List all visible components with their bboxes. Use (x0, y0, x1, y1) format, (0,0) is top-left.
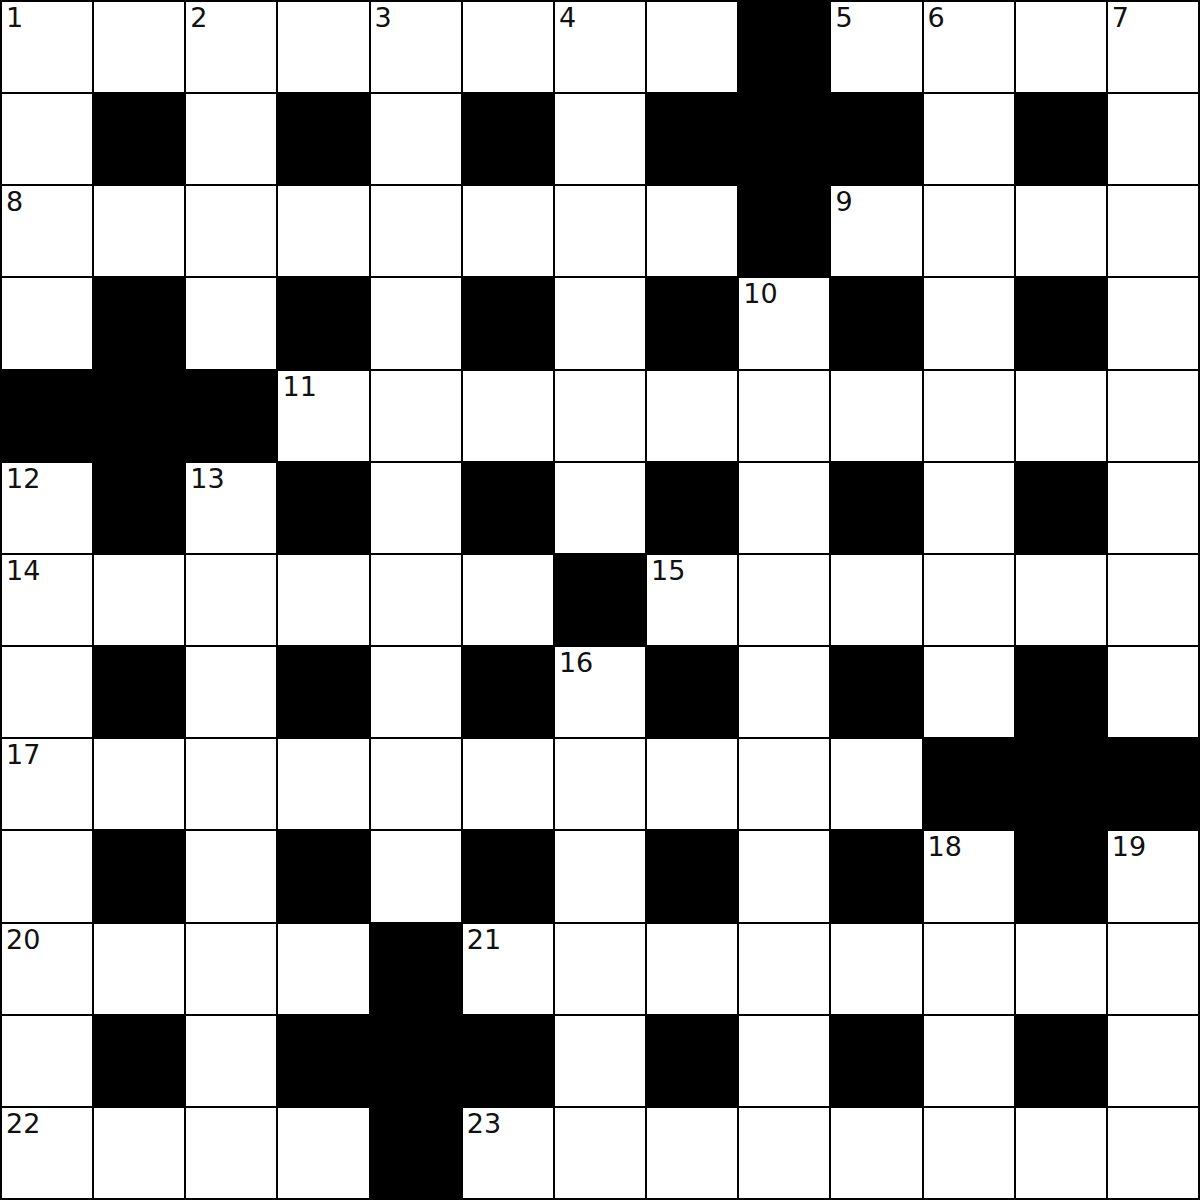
cell-r3c12[interactable] (1016, 186, 1106, 276)
block-cell-r6c8 (647, 463, 737, 553)
cell-r9c9[interactable] (739, 739, 829, 829)
block-cell-r8c4 (278, 647, 368, 737)
cell-r3c10[interactable]: 9 (831, 186, 921, 276)
clue-number-13: 13 (190, 463, 224, 494)
cell-r5c8[interactable] (647, 371, 737, 461)
cell-r8c7[interactable]: 16 (555, 647, 645, 737)
cell-r2c13[interactable] (1108, 94, 1198, 184)
clue-number-18: 18 (928, 831, 962, 862)
cell-r1c12[interactable] (1016, 2, 1106, 92)
clue-number-8: 8 (6, 186, 23, 217)
cell-r1c11[interactable]: 6 (924, 2, 1014, 92)
cell-r7c11[interactable] (924, 555, 1014, 645)
cell-r7c5[interactable] (371, 555, 461, 645)
block-cell-r8c6 (463, 647, 553, 737)
cell-r5c7[interactable] (555, 371, 645, 461)
cell-r13c2[interactable] (94, 1108, 184, 1198)
clue-number-10: 10 (743, 278, 777, 309)
block-cell-r4c2 (94, 278, 184, 368)
cell-r9c6[interactable] (463, 739, 553, 829)
block-cell-r6c6 (463, 463, 553, 553)
block-cell-r10c6 (463, 831, 553, 921)
block-cell-r7c7 (555, 555, 645, 645)
cell-r10c1[interactable] (2, 831, 92, 921)
cell-r2c5[interactable] (371, 94, 461, 184)
clue-number-3: 3 (375, 2, 392, 33)
crossword-board: 1234567891011121314151617181920212223 (0, 0, 1200, 1200)
cell-r7c3[interactable] (186, 555, 276, 645)
block-cell-r12c5 (371, 1016, 461, 1106)
cell-r6c11[interactable] (924, 463, 1014, 553)
block-cell-r12c8 (647, 1016, 737, 1106)
cell-r11c8[interactable] (647, 924, 737, 1014)
cell-r5c10[interactable] (831, 371, 921, 461)
clue-number-19: 19 (1112, 831, 1146, 862)
cell-r1c3[interactable]: 2 (186, 2, 276, 92)
cell-r6c5[interactable] (371, 463, 461, 553)
cell-r8c5[interactable] (371, 647, 461, 737)
block-cell-r2c12 (1016, 94, 1106, 184)
block-cell-r2c2 (94, 94, 184, 184)
cell-r9c8[interactable] (647, 739, 737, 829)
cell-r12c3[interactable] (186, 1016, 276, 1106)
block-cell-r10c10 (831, 831, 921, 921)
cell-r10c5[interactable] (371, 831, 461, 921)
block-cell-r12c12 (1016, 1016, 1106, 1106)
cell-r12c13[interactable] (1108, 1016, 1198, 1106)
block-cell-r10c8 (647, 831, 737, 921)
cell-r13c6[interactable]: 23 (463, 1108, 553, 1198)
block-cell-r10c2 (94, 831, 184, 921)
cell-r7c6[interactable] (463, 555, 553, 645)
block-cell-r12c4 (278, 1016, 368, 1106)
cell-r7c8[interactable]: 15 (647, 555, 737, 645)
clue-number-9: 9 (835, 186, 852, 217)
cell-r13c13[interactable] (1108, 1108, 1198, 1198)
block-cell-r3c9 (739, 186, 829, 276)
cell-r6c13[interactable] (1108, 463, 1198, 553)
cell-r9c7[interactable] (555, 739, 645, 829)
cell-r11c2[interactable] (94, 924, 184, 1014)
cell-r1c7[interactable]: 4 (555, 2, 645, 92)
cell-r6c3[interactable]: 13 (186, 463, 276, 553)
cell-r9c3[interactable] (186, 739, 276, 829)
cell-r3c7[interactable] (555, 186, 645, 276)
cell-r12c11[interactable] (924, 1016, 1014, 1106)
clue-number-23: 23 (467, 1108, 501, 1139)
cell-r2c11[interactable] (924, 94, 1014, 184)
cell-r11c10[interactable] (831, 924, 921, 1014)
cell-r4c1[interactable] (2, 278, 92, 368)
block-cell-r5c2 (94, 371, 184, 461)
block-cell-r12c10 (831, 1016, 921, 1106)
clue-number-5: 5 (835, 2, 852, 33)
cell-r11c6[interactable]: 21 (463, 924, 553, 1014)
block-cell-r13c5 (371, 1108, 461, 1198)
cell-r1c1[interactable]: 1 (2, 2, 92, 92)
cell-r1c6[interactable] (463, 2, 553, 92)
cell-r13c7[interactable] (555, 1108, 645, 1198)
block-cell-r4c10 (831, 278, 921, 368)
cell-r9c5[interactable] (371, 739, 461, 829)
cell-r13c10[interactable] (831, 1108, 921, 1198)
clue-number-17: 17 (6, 739, 40, 770)
cell-r10c9[interactable] (739, 831, 829, 921)
cell-r5c12[interactable] (1016, 371, 1106, 461)
cell-r7c10[interactable] (831, 555, 921, 645)
cell-r5c4[interactable]: 11 (278, 371, 368, 461)
block-cell-r12c6 (463, 1016, 553, 1106)
block-cell-r4c12 (1016, 278, 1106, 368)
cell-r6c9[interactable] (739, 463, 829, 553)
clue-number-21: 21 (467, 924, 501, 955)
block-cell-r4c8 (647, 278, 737, 368)
cell-r13c1[interactable]: 22 (2, 1108, 92, 1198)
cell-r8c1[interactable] (2, 647, 92, 737)
clue-number-4: 4 (559, 2, 576, 33)
block-cell-r6c4 (278, 463, 368, 553)
block-cell-r5c3 (186, 371, 276, 461)
clue-number-6: 6 (928, 2, 945, 33)
cell-r8c11[interactable] (924, 647, 1014, 737)
block-cell-r2c6 (463, 94, 553, 184)
cell-r13c4[interactable] (278, 1108, 368, 1198)
clue-number-14: 14 (6, 555, 40, 586)
cell-r11c9[interactable] (739, 924, 829, 1014)
cell-r13c9[interactable] (739, 1108, 829, 1198)
cell-r3c13[interactable] (1108, 186, 1198, 276)
cell-r10c13[interactable]: 19 (1108, 831, 1198, 921)
cell-r2c3[interactable] (186, 94, 276, 184)
cell-r1c5[interactable]: 3 (371, 2, 461, 92)
cell-r2c1[interactable] (2, 94, 92, 184)
cell-r7c13[interactable] (1108, 555, 1198, 645)
block-cell-r8c12 (1016, 647, 1106, 737)
cell-r7c9[interactable] (739, 555, 829, 645)
cell-r8c9[interactable] (739, 647, 829, 737)
cell-r5c5[interactable] (371, 371, 461, 461)
cell-r5c13[interactable] (1108, 371, 1198, 461)
clue-number-22: 22 (6, 1108, 40, 1139)
block-cell-r9c12 (1016, 739, 1106, 829)
cell-r4c13[interactable] (1108, 278, 1198, 368)
cell-r13c3[interactable] (186, 1108, 276, 1198)
cell-r7c12[interactable] (1016, 555, 1106, 645)
cell-r3c8[interactable] (647, 186, 737, 276)
cell-r10c7[interactable] (555, 831, 645, 921)
cell-r9c4[interactable] (278, 739, 368, 829)
cell-r11c3[interactable] (186, 924, 276, 1014)
cell-r9c10[interactable] (831, 739, 921, 829)
block-cell-r2c9 (739, 94, 829, 184)
block-cell-r1c9 (739, 2, 829, 92)
cell-r7c4[interactable] (278, 555, 368, 645)
cell-r13c12[interactable] (1016, 1108, 1106, 1198)
block-cell-r8c8 (647, 647, 737, 737)
cell-r1c10[interactable]: 5 (831, 2, 921, 92)
block-cell-r5c1 (2, 371, 92, 461)
cell-r1c8[interactable] (647, 2, 737, 92)
cell-r10c11[interactable]: 18 (924, 831, 1014, 921)
cell-r3c11[interactable] (924, 186, 1014, 276)
clue-number-16: 16 (559, 647, 593, 678)
cell-r11c13[interactable] (1108, 924, 1198, 1014)
cell-r13c11[interactable] (924, 1108, 1014, 1198)
block-cell-r8c10 (831, 647, 921, 737)
cell-r6c1[interactable]: 12 (2, 463, 92, 553)
clue-number-1: 1 (6, 2, 23, 33)
clue-number-20: 20 (6, 924, 40, 955)
cell-r3c5[interactable] (371, 186, 461, 276)
block-cell-r12c2 (94, 1016, 184, 1106)
block-cell-r9c13 (1108, 739, 1198, 829)
cell-r2c7[interactable] (555, 94, 645, 184)
cell-r9c1[interactable]: 17 (2, 739, 92, 829)
block-cell-r4c6 (463, 278, 553, 368)
cell-r3c4[interactable] (278, 186, 368, 276)
clue-number-2: 2 (190, 2, 207, 33)
cell-r10c3[interactable] (186, 831, 276, 921)
cell-r5c9[interactable] (739, 371, 829, 461)
clue-number-11: 11 (282, 371, 316, 402)
cell-r1c13[interactable]: 7 (1108, 2, 1198, 92)
cell-r4c5[interactable] (371, 278, 461, 368)
cell-r11c7[interactable] (555, 924, 645, 1014)
block-cell-r10c4 (278, 831, 368, 921)
block-cell-r9c11 (924, 739, 1014, 829)
cell-r3c1[interactable]: 8 (2, 186, 92, 276)
cell-r6c7[interactable] (555, 463, 645, 553)
cell-r7c1[interactable]: 14 (2, 555, 92, 645)
cell-r11c1[interactable]: 20 (2, 924, 92, 1014)
block-cell-r6c10 (831, 463, 921, 553)
cell-r4c3[interactable] (186, 278, 276, 368)
cell-r12c7[interactable] (555, 1016, 645, 1106)
cell-r7c2[interactable] (94, 555, 184, 645)
cell-r4c7[interactable] (555, 278, 645, 368)
cell-r3c3[interactable] (186, 186, 276, 276)
cell-r12c9[interactable] (739, 1016, 829, 1106)
block-cell-r10c12 (1016, 831, 1106, 921)
cell-r11c12[interactable] (1016, 924, 1106, 1014)
clue-number-12: 12 (6, 463, 40, 494)
cell-r3c2[interactable] (94, 186, 184, 276)
cell-r13c8[interactable] (647, 1108, 737, 1198)
cell-r11c11[interactable] (924, 924, 1014, 1014)
block-cell-r6c12 (1016, 463, 1106, 553)
block-cell-r4c4 (278, 278, 368, 368)
cell-r1c4[interactable] (278, 2, 368, 92)
cell-r4c9[interactable]: 10 (739, 278, 829, 368)
clue-number-7: 7 (1112, 2, 1129, 33)
block-cell-r2c10 (831, 94, 921, 184)
block-cell-r8c2 (94, 647, 184, 737)
cell-r12c1[interactable] (2, 1016, 92, 1106)
cell-r8c13[interactable] (1108, 647, 1198, 737)
block-cell-r11c5 (371, 924, 461, 1014)
cell-r4c11[interactable] (924, 278, 1014, 368)
block-cell-r2c8 (647, 94, 737, 184)
cell-r5c11[interactable] (924, 371, 1014, 461)
block-cell-r6c2 (94, 463, 184, 553)
cell-r5c6[interactable] (463, 371, 553, 461)
clue-number-15: 15 (651, 555, 685, 586)
block-cell-r2c4 (278, 94, 368, 184)
cell-r3c6[interactable] (463, 186, 553, 276)
cell-r11c4[interactable] (278, 924, 368, 1014)
cell-r8c3[interactable] (186, 647, 276, 737)
cell-r9c2[interactable] (94, 739, 184, 829)
cell-r1c2[interactable] (94, 2, 184, 92)
